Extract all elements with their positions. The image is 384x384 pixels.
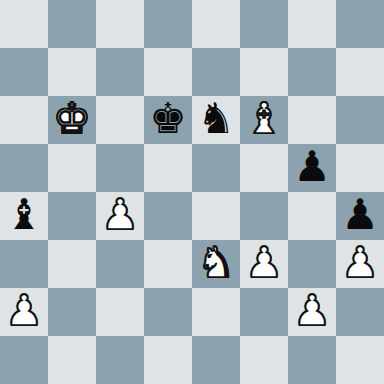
piece-white-pawn[interactable]: ♟ (293, 288, 331, 335)
square-f5[interactable] (240, 144, 288, 192)
square-e2[interactable] (192, 288, 240, 336)
square-b7[interactable] (48, 48, 96, 96)
square-g3[interactable] (288, 240, 336, 288)
piece-white-pawn[interactable]: ♟ (5, 288, 43, 335)
square-b3[interactable] (48, 240, 96, 288)
square-d2[interactable] (144, 288, 192, 336)
square-h8[interactable] (336, 0, 384, 48)
square-e5[interactable] (192, 144, 240, 192)
piece-white-pawn[interactable]: ♟ (101, 192, 139, 239)
square-c3[interactable] (96, 240, 144, 288)
square-b5[interactable] (48, 144, 96, 192)
square-g1[interactable] (288, 336, 336, 384)
square-h1[interactable] (336, 336, 384, 384)
square-f7[interactable] (240, 48, 288, 96)
piece-black-knight[interactable]: ♞ (197, 96, 235, 143)
piece-white-pawn[interactable]: ♟ (341, 240, 379, 287)
square-e7[interactable] (192, 48, 240, 96)
square-e1[interactable] (192, 336, 240, 384)
chess-board: ♚♚♞♝♟♝♟♟♞♟♟♟♟ (0, 0, 384, 384)
square-g8[interactable] (288, 0, 336, 48)
square-a4[interactable]: ♝ (0, 192, 48, 240)
piece-white-bishop[interactable]: ♝ (245, 96, 283, 143)
square-c5[interactable] (96, 144, 144, 192)
square-h3[interactable]: ♟ (336, 240, 384, 288)
piece-black-pawn[interactable]: ♟ (341, 192, 379, 239)
square-a3[interactable] (0, 240, 48, 288)
square-a6[interactable] (0, 96, 48, 144)
square-c6[interactable] (96, 96, 144, 144)
piece-white-knight[interactable]: ♞ (197, 240, 235, 287)
square-d3[interactable] (144, 240, 192, 288)
square-a8[interactable] (0, 0, 48, 48)
square-c2[interactable] (96, 288, 144, 336)
piece-black-pawn[interactable]: ♟ (293, 144, 331, 191)
square-b8[interactable] (48, 0, 96, 48)
square-f8[interactable] (240, 0, 288, 48)
square-e8[interactable] (192, 0, 240, 48)
piece-white-king[interactable]: ♚ (53, 96, 91, 143)
piece-white-pawn[interactable]: ♟ (245, 240, 283, 287)
square-f6[interactable]: ♝ (240, 96, 288, 144)
square-e4[interactable] (192, 192, 240, 240)
square-d5[interactable] (144, 144, 192, 192)
square-b1[interactable] (48, 336, 96, 384)
square-d1[interactable] (144, 336, 192, 384)
square-b6[interactable]: ♚ (48, 96, 96, 144)
square-b2[interactable] (48, 288, 96, 336)
square-g4[interactable] (288, 192, 336, 240)
square-a2[interactable]: ♟ (0, 288, 48, 336)
square-g6[interactable] (288, 96, 336, 144)
square-b4[interactable] (48, 192, 96, 240)
square-a1[interactable] (0, 336, 48, 384)
square-f4[interactable] (240, 192, 288, 240)
square-f3[interactable]: ♟ (240, 240, 288, 288)
square-g7[interactable] (288, 48, 336, 96)
square-e6[interactable]: ♞ (192, 96, 240, 144)
square-d7[interactable] (144, 48, 192, 96)
square-c1[interactable] (96, 336, 144, 384)
piece-black-king[interactable]: ♚ (149, 96, 187, 143)
square-g2[interactable]: ♟ (288, 288, 336, 336)
square-a7[interactable] (0, 48, 48, 96)
square-h6[interactable] (336, 96, 384, 144)
square-f2[interactable] (240, 288, 288, 336)
piece-black-bishop[interactable]: ♝ (5, 192, 43, 239)
square-g5[interactable]: ♟ (288, 144, 336, 192)
square-c8[interactable] (96, 0, 144, 48)
square-d8[interactable] (144, 0, 192, 48)
square-h7[interactable] (336, 48, 384, 96)
square-d4[interactable] (144, 192, 192, 240)
square-h4[interactable]: ♟ (336, 192, 384, 240)
square-f1[interactable] (240, 336, 288, 384)
square-e3[interactable]: ♞ (192, 240, 240, 288)
square-a5[interactable] (0, 144, 48, 192)
square-h5[interactable] (336, 144, 384, 192)
square-c4[interactable]: ♟ (96, 192, 144, 240)
square-h2[interactable] (336, 288, 384, 336)
square-d6[interactable]: ♚ (144, 96, 192, 144)
square-c7[interactable] (96, 48, 144, 96)
